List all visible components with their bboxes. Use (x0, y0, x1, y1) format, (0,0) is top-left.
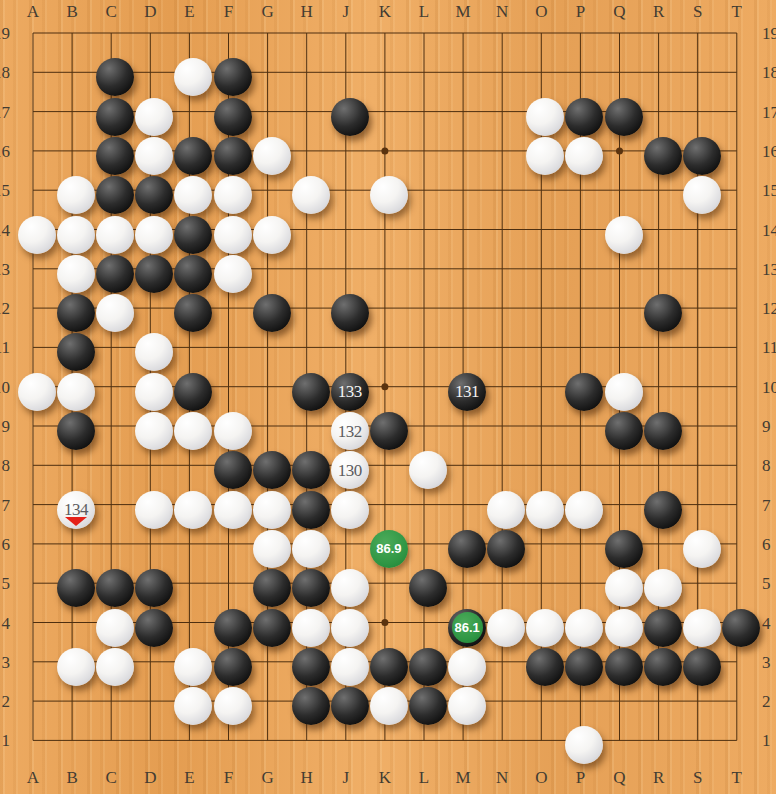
stone-black-D13 (135, 255, 173, 293)
coord-label-top-S: S (693, 3, 702, 20)
stone-black-F8 (214, 451, 252, 489)
stone-white-S6 (683, 530, 721, 568)
coord-label-left-8: 8 (2, 457, 11, 474)
stone-black-M6 (448, 530, 486, 568)
stone-white-D10 (135, 373, 173, 411)
stone-black-R7 (644, 491, 682, 529)
coord-label-right-13: 13 (762, 260, 776, 277)
stone-black-Q6 (605, 530, 643, 568)
coord-label-bottom-T: T (732, 769, 742, 786)
stone-white-H6 (292, 530, 330, 568)
coord-label-left-6: 6 (2, 535, 11, 552)
coord-label-left-14: 14 (0, 221, 10, 238)
stone-black-J10: 133 (331, 373, 369, 411)
coord-label-right-14: 14 (762, 221, 776, 238)
stone-black-Q9 (605, 412, 643, 450)
stone-black-G4 (253, 609, 291, 647)
coord-label-top-M: M (456, 3, 471, 20)
stone-black-F3 (214, 648, 252, 686)
stone-black-H5 (292, 569, 330, 607)
red-triangle-marker-icon (65, 517, 87, 526)
coord-label-top-D: D (144, 3, 156, 20)
coord-label-top-E: E (184, 3, 194, 20)
stone-white-S15 (683, 176, 721, 214)
stone-white-R5 (644, 569, 682, 607)
coord-label-bottom-N: N (496, 769, 508, 786)
coord-label-bottom-M: M (456, 769, 471, 786)
stone-black-L3 (409, 648, 447, 686)
stone-black-K3 (370, 648, 408, 686)
stone-white-A10 (18, 373, 56, 411)
coord-label-left-12: 12 (0, 300, 10, 317)
stone-black-B12 (57, 294, 95, 332)
stone-white-N4 (487, 609, 525, 647)
coord-label-left-16: 16 (0, 142, 10, 159)
coord-label-bottom-E: E (184, 769, 194, 786)
coord-label-right-3: 3 (762, 653, 771, 670)
coord-label-left-11: 11 (0, 339, 10, 356)
stone-white-G7 (253, 491, 291, 529)
coord-label-top-O: O (535, 3, 547, 20)
stone-white-Q4 (605, 609, 643, 647)
coord-label-left-15: 15 (0, 182, 10, 199)
move-number-131: 131 (455, 383, 479, 400)
stone-white-F9 (214, 412, 252, 450)
stone-white-F14 (214, 216, 252, 254)
coord-label-top-T: T (732, 3, 742, 20)
coord-label-bottom-O: O (535, 769, 547, 786)
coord-label-left-18: 18 (0, 64, 10, 81)
coord-label-bottom-L: L (419, 769, 429, 786)
stone-black-H7 (292, 491, 330, 529)
coord-label-left-10: 10 (0, 378, 10, 395)
stone-black-R12 (644, 294, 682, 332)
analysis-suggestion-M4[interactable]: 86.1 (452, 612, 483, 643)
stone-black-R16 (644, 137, 682, 175)
stone-white-G6 (253, 530, 291, 568)
coord-label-top-F: F (224, 3, 233, 20)
stone-white-H4 (292, 609, 330, 647)
coord-label-bottom-J: J (342, 769, 349, 786)
coord-label-bottom-R: R (653, 769, 664, 786)
coord-label-left-9: 9 (2, 418, 11, 435)
stone-white-C14 (96, 216, 134, 254)
coord-label-top-P: P (576, 3, 585, 20)
coord-label-right-15: 15 (762, 182, 776, 199)
stone-black-N6 (487, 530, 525, 568)
stone-white-O4 (526, 609, 564, 647)
coord-label-left-3: 3 (2, 653, 11, 670)
stone-white-Q10 (605, 373, 643, 411)
stone-black-J12 (331, 294, 369, 332)
stone-white-O7 (526, 491, 564, 529)
stone-black-J2 (331, 687, 369, 725)
stone-white-D14 (135, 216, 173, 254)
stone-black-H2 (292, 687, 330, 725)
move-number-132: 132 (338, 423, 362, 440)
stone-white-N7 (487, 491, 525, 529)
stone-white-J4 (331, 609, 369, 647)
coord-label-right-10: 10 (762, 378, 776, 395)
coord-label-top-Q: Q (613, 3, 625, 20)
coord-label-bottom-P: P (576, 769, 585, 786)
coord-label-right-8: 8 (762, 457, 771, 474)
go-board[interactable]: AABBCCDDEEFFGGHHJJKKLLMMNNOOPPQQRRSSTT19… (0, 0, 776, 794)
coord-label-bottom-D: D (144, 769, 156, 786)
stone-black-T4 (722, 609, 760, 647)
stone-white-J7 (331, 491, 369, 529)
coord-label-left-4: 4 (2, 614, 11, 631)
stone-white-K15 (370, 176, 408, 214)
stone-white-D7 (135, 491, 173, 529)
stone-black-Q3 (605, 648, 643, 686)
stone-white-G16 (253, 137, 291, 175)
stone-black-G12 (253, 294, 291, 332)
stone-white-D16 (135, 137, 173, 175)
stone-black-C13 (96, 255, 134, 293)
stone-black-F17 (214, 98, 252, 136)
stone-white-C3 (96, 648, 134, 686)
stone-black-L5 (409, 569, 447, 607)
coord-label-bottom-G: G (261, 769, 273, 786)
stone-black-R3 (644, 648, 682, 686)
coord-label-top-G: G (261, 3, 273, 20)
stone-white-O16 (526, 137, 564, 175)
stone-white-H15 (292, 176, 330, 214)
coord-label-bottom-F: F (224, 769, 233, 786)
coord-label-bottom-H: H (301, 769, 313, 786)
stone-white-E7 (174, 491, 212, 529)
stone-black-G5 (253, 569, 291, 607)
stone-white-B3 (57, 648, 95, 686)
stone-black-H3 (292, 648, 330, 686)
stone-white-J5 (331, 569, 369, 607)
coord-label-bottom-C: C (106, 769, 117, 786)
stone-white-Q5 (605, 569, 643, 607)
stone-black-M10: 131 (448, 373, 486, 411)
coord-label-right-16: 16 (762, 142, 776, 159)
coord-label-right-12: 12 (762, 300, 776, 317)
stone-white-F13 (214, 255, 252, 293)
coord-label-right-4: 4 (762, 614, 771, 631)
stone-black-F18 (214, 58, 252, 96)
coord-label-top-J: J (342, 3, 349, 20)
coord-label-right-7: 7 (762, 496, 771, 513)
stone-white-P7 (565, 491, 603, 529)
coord-label-left-13: 13 (0, 260, 10, 277)
coord-label-top-C: C (106, 3, 117, 20)
coord-label-bottom-S: S (693, 769, 702, 786)
stone-black-C16 (96, 137, 134, 175)
coord-label-right-1: 1 (762, 732, 771, 749)
move-number-130: 130 (338, 462, 362, 479)
stone-black-R4 (644, 609, 682, 647)
coord-label-right-9: 9 (762, 418, 771, 435)
stone-white-C4 (96, 609, 134, 647)
stone-black-E13 (174, 255, 212, 293)
coord-label-left-19: 19 (0, 25, 10, 42)
coord-label-bottom-K: K (379, 769, 391, 786)
stone-black-H10 (292, 373, 330, 411)
coord-label-left-17: 17 (0, 103, 10, 120)
stone-black-E10 (174, 373, 212, 411)
stone-black-F16 (214, 137, 252, 175)
coord-label-top-L: L (419, 3, 429, 20)
stone-black-B9 (57, 412, 95, 450)
coord-label-top-R: R (653, 3, 664, 20)
stone-black-P3 (565, 648, 603, 686)
stone-white-F15 (214, 176, 252, 214)
stone-white-B14 (57, 216, 95, 254)
coord-label-bottom-B: B (66, 769, 77, 786)
stone-black-G8 (253, 451, 291, 489)
stone-white-J9: 132 (331, 412, 369, 450)
stone-black-J17 (331, 98, 369, 136)
stone-black-P10 (565, 373, 603, 411)
coord-label-top-A: A (27, 3, 39, 20)
stone-white-M3 (448, 648, 486, 686)
stone-white-S4 (683, 609, 721, 647)
stone-white-J3 (331, 648, 369, 686)
stone-white-D17 (135, 98, 173, 136)
stone-white-G14 (253, 216, 291, 254)
coord-label-top-N: N (496, 3, 508, 20)
coord-label-bottom-Q: Q (613, 769, 625, 786)
stone-black-R9 (644, 412, 682, 450)
coord-label-top-B: B (66, 3, 77, 20)
stone-white-E3 (174, 648, 212, 686)
coord-label-right-2: 2 (762, 693, 771, 710)
stone-black-Q17 (605, 98, 643, 136)
stone-white-O17 (526, 98, 564, 136)
stone-black-C17 (96, 98, 134, 136)
stone-white-B13 (57, 255, 95, 293)
coord-label-right-18: 18 (762, 64, 776, 81)
coord-label-right-6: 6 (762, 535, 771, 552)
coord-label-left-1: 1 (2, 732, 11, 749)
coord-label-right-5: 5 (762, 575, 771, 592)
coord-label-bottom-A: A (27, 769, 39, 786)
stone-black-M4: 86.1 (448, 609, 486, 647)
stone-white-B10 (57, 373, 95, 411)
stone-black-E14 (174, 216, 212, 254)
stone-black-S3 (683, 648, 721, 686)
coord-label-right-11: 11 (762, 339, 776, 356)
stone-black-P17 (565, 98, 603, 136)
stone-black-L2 (409, 687, 447, 725)
stone-white-F2 (214, 687, 252, 725)
stone-black-K9 (370, 412, 408, 450)
move-number-134: 134 (64, 501, 88, 518)
stone-black-D4 (135, 609, 173, 647)
stone-black-F4 (214, 609, 252, 647)
coord-label-top-K: K (379, 3, 391, 20)
stone-white-J8: 130 (331, 451, 369, 489)
stone-black-O3 (526, 648, 564, 686)
stone-white-B7: 134 (57, 491, 95, 529)
stone-white-Q14 (605, 216, 643, 254)
stone-white-K2 (370, 687, 408, 725)
stone-white-M2 (448, 687, 486, 725)
stone-white-P4 (565, 609, 603, 647)
move-number-133: 133 (338, 383, 362, 400)
stone-white-A14 (18, 216, 56, 254)
coord-label-right-19: 19 (762, 25, 776, 42)
stone-black-H8 (292, 451, 330, 489)
stone-black-S16 (683, 137, 721, 175)
coord-label-right-17: 17 (762, 103, 776, 120)
coord-label-left-7: 7 (2, 496, 11, 513)
coord-label-left-5: 5 (2, 575, 11, 592)
coord-label-left-2: 2 (2, 693, 11, 710)
stone-white-F7 (214, 491, 252, 529)
analysis-suggestion-K6[interactable]: 86.9 (370, 530, 408, 568)
coord-label-top-H: H (301, 3, 313, 20)
